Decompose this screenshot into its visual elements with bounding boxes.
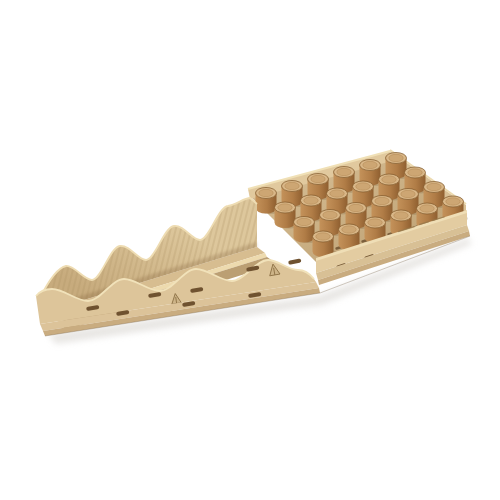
wooden-peg-tray xyxy=(0,0,500,500)
product-photo-scene xyxy=(0,0,500,500)
